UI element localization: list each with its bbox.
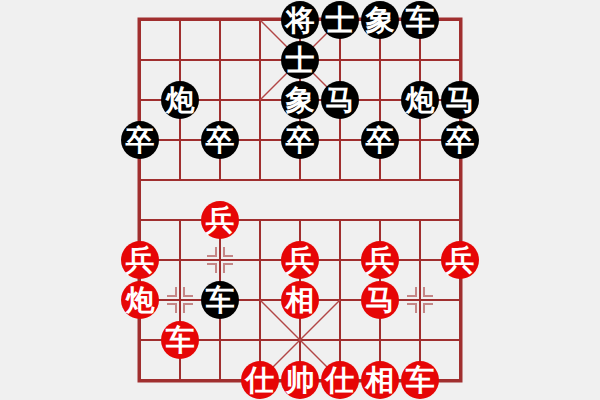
piece-black-chariot[interactable]: 车 [201, 281, 239, 319]
piece-red-king[interactable]: 帅 [281, 361, 319, 399]
piece-black-advisor[interactable]: 士 [321, 1, 359, 39]
piece-black-advisor[interactable]: 士 [281, 41, 319, 79]
piece-red-pawn[interactable]: 兵 [201, 201, 239, 239]
piece-red-pawn[interactable]: 兵 [281, 241, 319, 279]
pieces-layer: 将士象车士炮象马炮马卒卒卒卒卒车兵兵兵兵兵炮相马车仕帅仕相车 [0, 0, 600, 400]
piece-red-pawn[interactable]: 兵 [121, 241, 159, 279]
piece-red-elephant[interactable]: 相 [281, 281, 319, 319]
piece-black-king[interactable]: 将 [281, 1, 319, 39]
piece-red-pawn[interactable]: 兵 [361, 241, 399, 279]
piece-black-chariot[interactable]: 车 [401, 1, 439, 39]
piece-red-pawn[interactable]: 兵 [441, 241, 479, 279]
piece-red-advisor[interactable]: 仕 [321, 361, 359, 399]
piece-black-horse[interactable]: 马 [321, 81, 359, 119]
xiangqi-board: 将士象车士炮象马炮马卒卒卒卒卒车兵兵兵兵兵炮相马车仕帅仕相车 [0, 0, 600, 400]
piece-black-pawn[interactable]: 卒 [441, 121, 479, 159]
piece-red-horse[interactable]: 马 [361, 281, 399, 319]
piece-black-pawn[interactable]: 卒 [281, 121, 319, 159]
piece-red-chariot[interactable]: 车 [161, 321, 199, 359]
piece-black-horse[interactable]: 马 [441, 81, 479, 119]
piece-red-elephant[interactable]: 相 [361, 361, 399, 399]
piece-black-elephant[interactable]: 象 [281, 81, 319, 119]
piece-red-cannon[interactable]: 炮 [121, 281, 159, 319]
piece-black-pawn[interactable]: 卒 [201, 121, 239, 159]
piece-red-chariot[interactable]: 车 [401, 361, 439, 399]
piece-black-cannon[interactable]: 炮 [161, 81, 199, 119]
piece-black-pawn[interactable]: 卒 [361, 121, 399, 159]
piece-black-elephant[interactable]: 象 [361, 1, 399, 39]
piece-black-pawn[interactable]: 卒 [121, 121, 159, 159]
piece-red-advisor[interactable]: 仕 [241, 361, 279, 399]
piece-black-cannon[interactable]: 炮 [401, 81, 439, 119]
